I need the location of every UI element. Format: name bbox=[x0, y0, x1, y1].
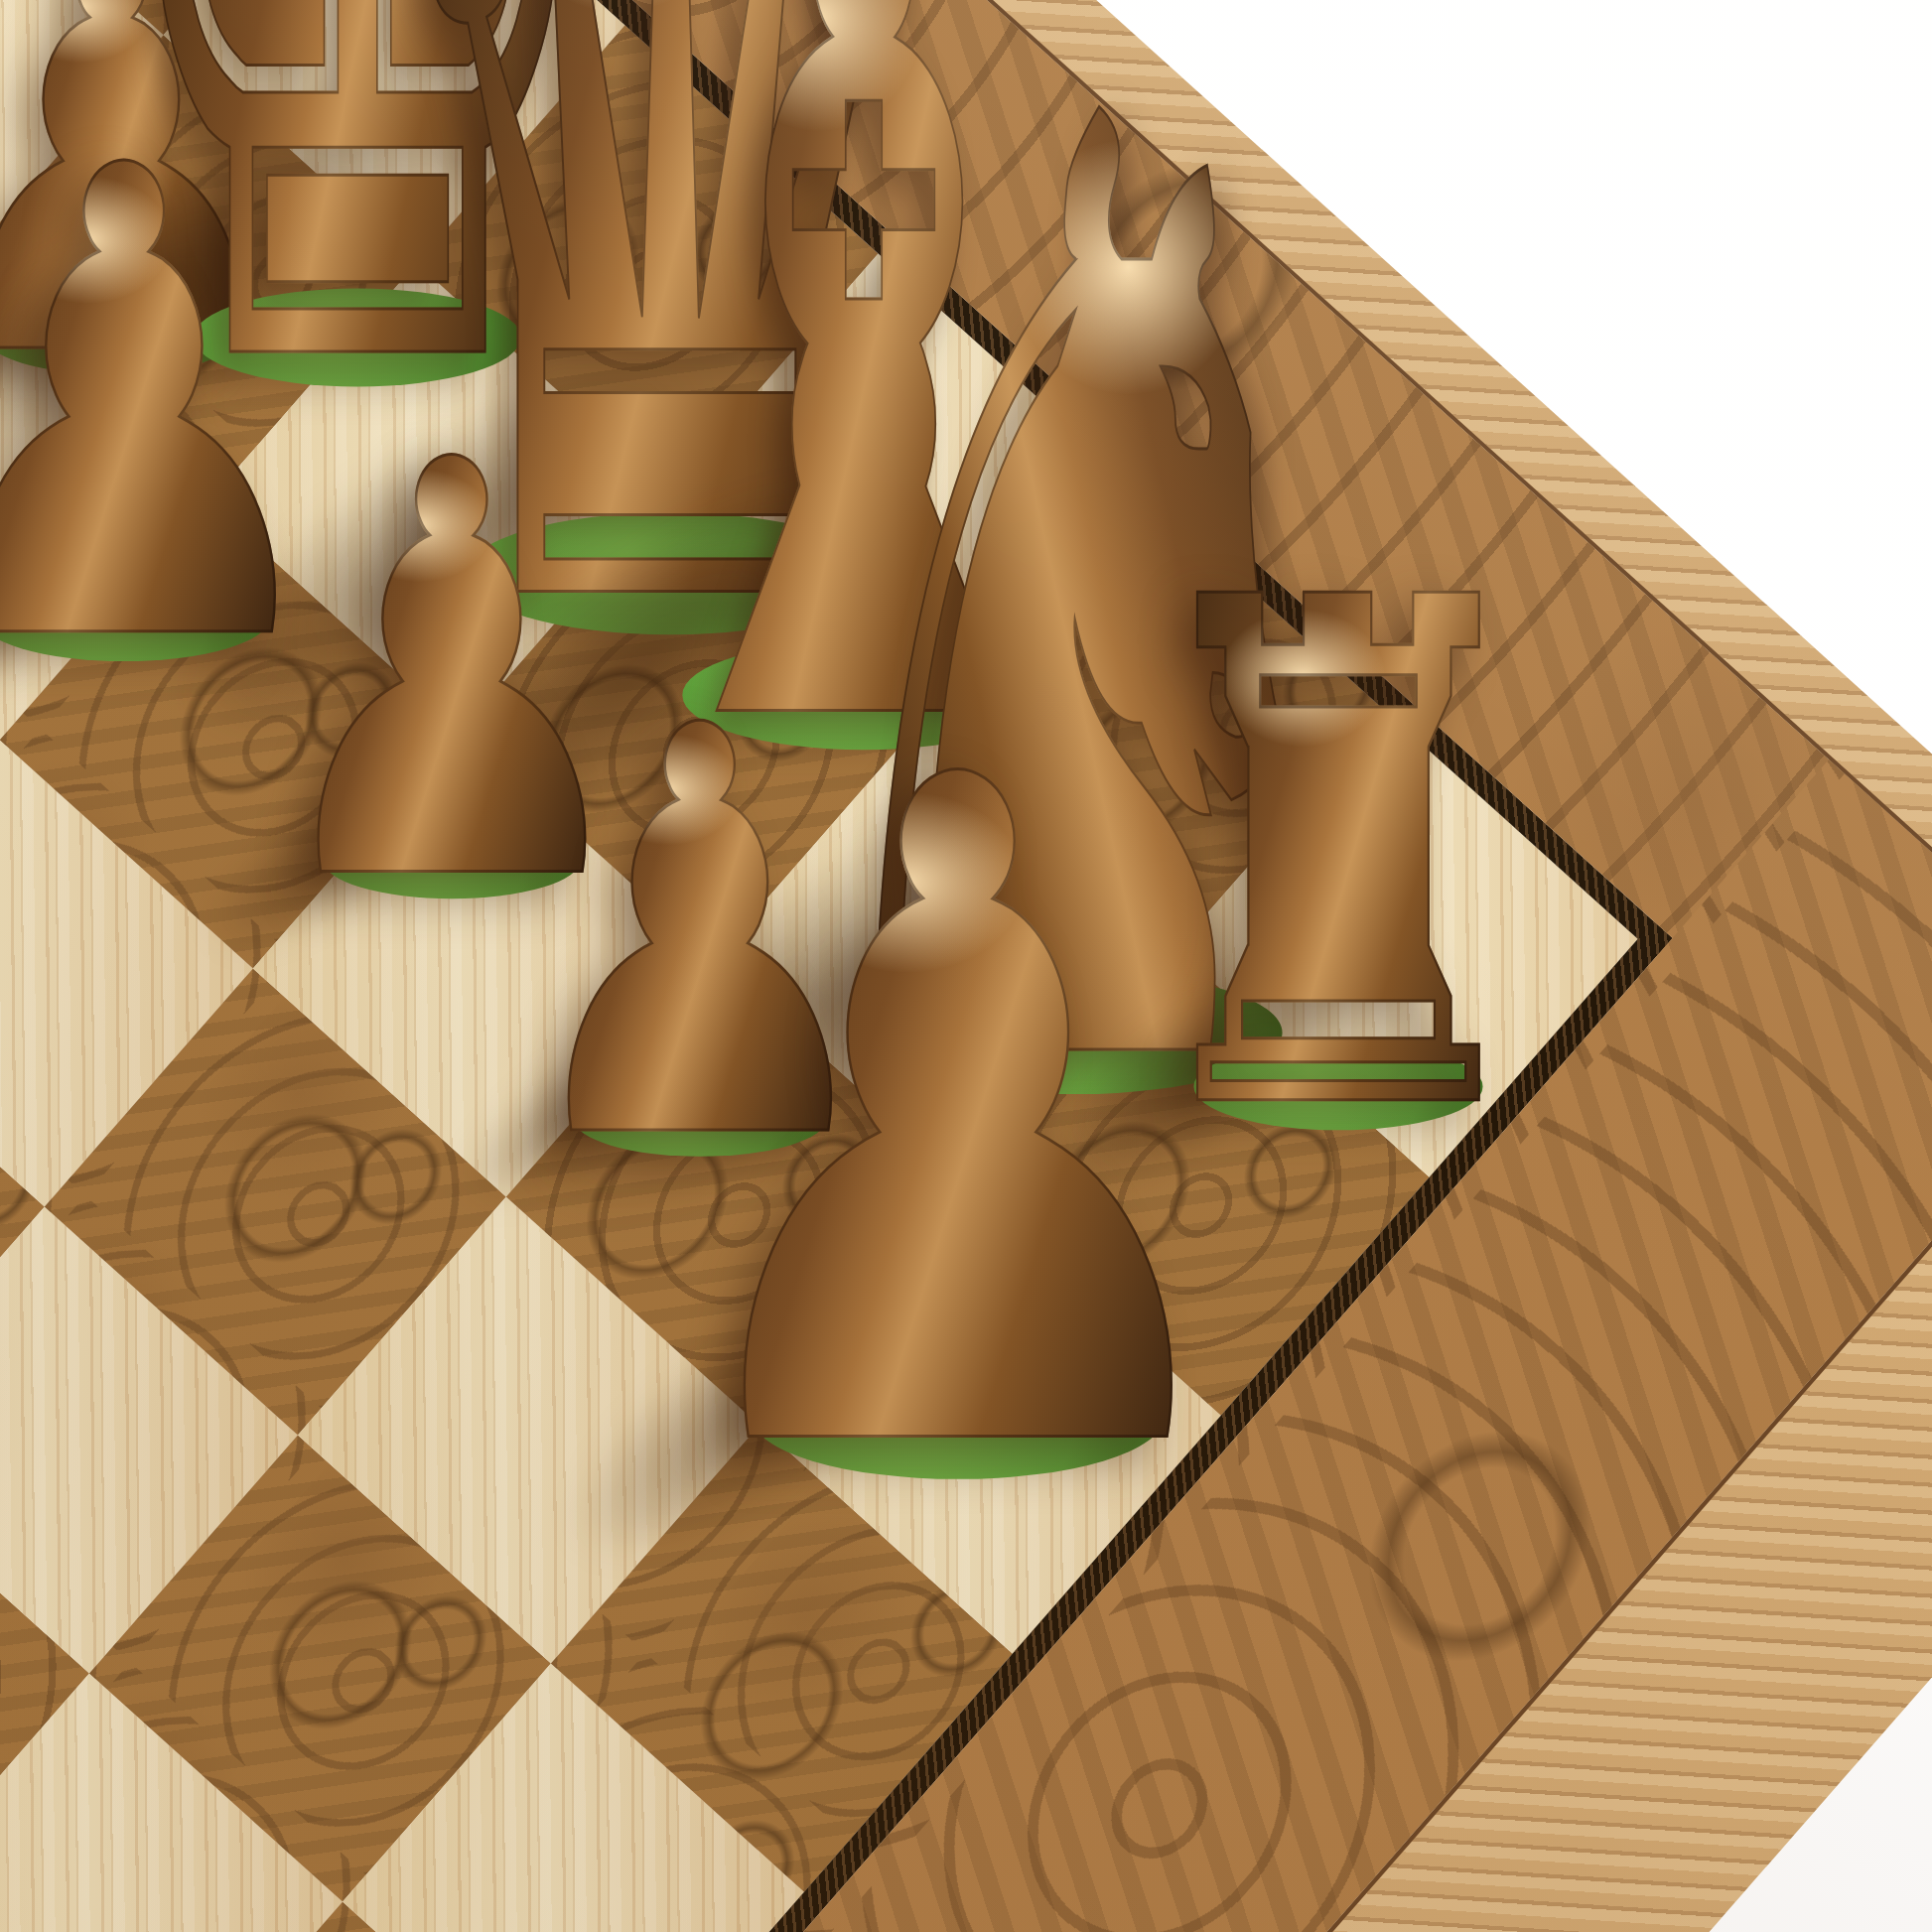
piece-pawn-f1[interactable]: ♟ bbox=[638, 663, 1277, 1577]
pieces-layer: ♟♚♛♟♝♟♟♞♜♟ bbox=[0, 0, 1932, 1932]
chess-photo-scene: ♟♚♛♟♝♟♟♞♜♟ Close-up of the corner of a w… bbox=[0, 0, 1932, 1932]
